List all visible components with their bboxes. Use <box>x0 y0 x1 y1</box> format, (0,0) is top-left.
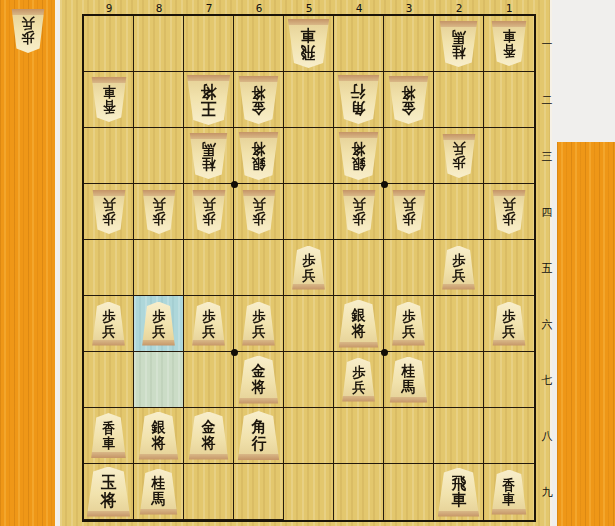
gote-piece-香車[interactable]: 香車 <box>491 21 527 66</box>
hoshi-dot <box>231 181 238 188</box>
piece-kanji: 歩 <box>152 309 165 323</box>
gote-piece-飛車[interactable]: 飛車 <box>287 19 330 68</box>
square-23[interactable]: 歩兵 <box>434 128 484 184</box>
square-97[interactable] <box>84 352 134 408</box>
square-52[interactable] <box>284 72 334 128</box>
sente-piece-香車[interactable]: 香車 <box>91 413 127 458</box>
square-86[interactable]: 歩兵 <box>134 296 184 352</box>
square-41[interactable] <box>334 16 384 72</box>
piece-kanji: 車 <box>451 492 466 508</box>
piece-kanji: 兵 <box>402 324 415 338</box>
square-14[interactable]: 歩兵 <box>484 184 534 240</box>
sente-piece-歩兵[interactable]: 歩兵 <box>492 302 526 346</box>
sente-piece-銀将[interactable]: 銀将 <box>138 412 179 460</box>
sente-piece-香車[interactable]: 香車 <box>491 470 527 515</box>
gote-piece-銀将[interactable]: 銀将 <box>238 132 279 180</box>
square-48[interactable] <box>334 408 384 464</box>
square-26[interactable] <box>434 296 484 352</box>
piece-kanji: 歩 <box>503 309 516 323</box>
square-39[interactable] <box>384 464 434 520</box>
sente-hand-pieces <box>557 142 615 151</box>
piece-kanji: 馬 <box>402 380 416 395</box>
square-12[interactable] <box>484 72 534 128</box>
square-21[interactable]: 桂馬 <box>434 16 484 72</box>
square-59[interactable] <box>284 464 334 520</box>
piece-kanji: 兵 <box>21 17 34 31</box>
square-94[interactable]: 歩兵 <box>84 184 134 240</box>
gote-piece-桂馬[interactable]: 桂馬 <box>189 133 228 179</box>
piece-kanji: 香 <box>503 478 516 492</box>
square-84[interactable]: 歩兵 <box>134 184 184 240</box>
sente-piece-桂馬[interactable]: 桂馬 <box>389 357 428 403</box>
piece-kanji: 兵 <box>452 268 465 282</box>
piece-kanji: 香 <box>102 100 115 114</box>
square-63[interactable]: 銀将 <box>234 128 284 184</box>
piece-kanji: 兵 <box>202 197 215 211</box>
piece-kanji: 歩 <box>252 212 265 226</box>
square-49[interactable] <box>334 464 384 520</box>
piece-kanji: 歩 <box>252 309 265 323</box>
square-56[interactable] <box>284 296 334 352</box>
shogi-board: 987654321 一二三四五六七八九 飛車桂馬香車香車王将金将角行金将桂馬銀将… <box>60 0 552 526</box>
piece-kanji: 歩 <box>202 212 215 226</box>
piece-kanji: 将 <box>202 436 216 451</box>
piece-kanji: 兵 <box>302 268 315 282</box>
sente-piece-桂馬[interactable]: 桂馬 <box>139 469 178 515</box>
piece-kanji: 歩 <box>452 156 465 170</box>
piece-kanji: 歩 <box>452 253 465 267</box>
square-11[interactable]: 香車 <box>484 16 534 72</box>
piece-kanji: 兵 <box>102 324 115 338</box>
piece-kanji: 馬 <box>452 28 466 43</box>
piece-kanji: 歩 <box>102 212 115 226</box>
square-28[interactable] <box>434 408 484 464</box>
square-17[interactable] <box>484 352 534 408</box>
square-99[interactable]: 玉将 <box>84 464 134 520</box>
square-34[interactable]: 歩兵 <box>384 184 434 240</box>
square-79[interactable] <box>184 464 234 520</box>
gote-piece-歩兵[interactable]: 歩兵 <box>142 190 176 234</box>
sente-piece-角行[interactable]: 角行 <box>237 411 280 460</box>
piece-kanji: 兵 <box>252 324 265 338</box>
sente-piece-飛車[interactable]: 飛車 <box>437 468 480 517</box>
gote-komadai: 歩兵 <box>0 0 57 526</box>
square-77[interactable] <box>184 352 234 408</box>
piece-kanji: 将 <box>252 380 266 395</box>
sente-piece-歩兵[interactable]: 歩兵 <box>342 358 376 402</box>
piece-kanji: 歩 <box>202 309 215 323</box>
square-67[interactable]: 金将 <box>234 352 284 408</box>
square-76[interactable]: 歩兵 <box>184 296 234 352</box>
square-22[interactable] <box>434 72 484 128</box>
sente-piece-歩兵[interactable]: 歩兵 <box>242 302 276 346</box>
sente-piece-歩兵[interactable]: 歩兵 <box>92 302 126 346</box>
square-98[interactable]: 香車 <box>84 408 134 464</box>
square-27[interactable] <box>434 352 484 408</box>
square-78[interactable]: 金将 <box>184 408 234 464</box>
piece-kanji: 将 <box>152 436 166 451</box>
gote-piece-金将[interactable]: 金将 <box>388 76 429 124</box>
rank-labels: 一二三四五六七八九 <box>538 16 556 520</box>
piece-kanji: 兵 <box>503 197 516 211</box>
piece-kanji: 香 <box>102 421 115 435</box>
piece-kanji: 飛 <box>301 44 316 60</box>
square-75[interactable] <box>184 240 234 296</box>
square-55[interactable]: 歩兵 <box>284 240 334 296</box>
piece-kanji: 車 <box>102 436 115 450</box>
rank-label-3: 三 <box>538 128 556 184</box>
rank-label-9: 九 <box>538 464 556 520</box>
piece-kanji: 香 <box>503 44 516 58</box>
square-57[interactable] <box>284 352 334 408</box>
hoshi-dot <box>381 181 388 188</box>
sente-komadai <box>557 142 615 526</box>
piece-kanji: 将 <box>201 82 217 99</box>
square-72[interactable]: 王将 <box>184 72 234 128</box>
piece-kanji: 兵 <box>202 324 215 338</box>
square-32[interactable]: 金将 <box>384 72 434 128</box>
square-81[interactable] <box>134 16 184 72</box>
piece-kanji: 行 <box>251 436 266 452</box>
piece-kanji: 車 <box>301 27 316 43</box>
square-19[interactable]: 香車 <box>484 464 534 520</box>
square-42[interactable]: 角行 <box>334 72 384 128</box>
piece-kanji: 行 <box>351 83 366 99</box>
piece-kanji: 歩 <box>302 253 315 267</box>
piece-kanji: 馬 <box>202 140 216 155</box>
square-43[interactable]: 銀将 <box>334 128 384 184</box>
rank-label-4: 四 <box>538 184 556 240</box>
piece-kanji: 兵 <box>452 141 465 155</box>
rank-label-1: 一 <box>538 16 556 72</box>
square-87[interactable] <box>134 352 184 408</box>
piece-kanji: 兵 <box>352 380 365 394</box>
piece-kanji: 兵 <box>352 197 365 211</box>
gote-piece-金将[interactable]: 金将 <box>238 76 279 124</box>
sente-piece-銀将[interactable]: 銀将 <box>338 300 379 348</box>
square-83[interactable] <box>134 128 184 184</box>
sente-piece-金将[interactable]: 金将 <box>188 412 229 460</box>
square-13[interactable] <box>484 128 534 184</box>
rank-label-5: 五 <box>538 240 556 296</box>
square-69[interactable] <box>234 464 284 520</box>
gote-hand-pieces: 歩兵 <box>0 0 55 53</box>
piece-kanji: 将 <box>352 324 366 339</box>
square-25[interactable]: 歩兵 <box>434 240 484 296</box>
square-92[interactable]: 香車 <box>84 72 134 128</box>
square-24[interactable] <box>434 184 484 240</box>
gote-piece-歩兵[interactable]: 歩兵 <box>392 190 426 234</box>
piece-kanji: 将 <box>352 140 366 155</box>
square-62[interactable]: 金将 <box>234 72 284 128</box>
gote-piece-桂馬[interactable]: 桂馬 <box>439 21 478 67</box>
piece-kanji: 兵 <box>252 197 265 211</box>
square-44[interactable]: 歩兵 <box>334 184 384 240</box>
gote-piece-歩兵[interactable]: 歩兵 <box>342 190 376 234</box>
piece-kanji: 将 <box>252 84 266 99</box>
square-18[interactable] <box>484 408 534 464</box>
hoshi-dot <box>381 349 388 356</box>
square-47[interactable]: 歩兵 <box>334 352 384 408</box>
piece-kanji: 歩 <box>102 309 115 323</box>
sente-piece-玉将[interactable]: 玉将 <box>86 467 131 517</box>
square-96[interactable]: 歩兵 <box>84 296 134 352</box>
gote-piece-銀将[interactable]: 銀将 <box>338 132 379 180</box>
square-93[interactable] <box>84 128 134 184</box>
square-45[interactable] <box>334 240 384 296</box>
square-64[interactable]: 歩兵 <box>234 184 284 240</box>
square-61[interactable] <box>234 16 284 72</box>
piece-kanji: 歩 <box>352 365 365 379</box>
square-38[interactable] <box>384 408 434 464</box>
square-89[interactable]: 桂馬 <box>134 464 184 520</box>
square-29[interactable]: 飛車 <box>434 464 484 520</box>
square-68[interactable]: 角行 <box>234 408 284 464</box>
gote-piece-歩兵[interactable]: 歩兵 <box>242 190 276 234</box>
rank-label-8: 八 <box>538 408 556 464</box>
square-65[interactable] <box>234 240 284 296</box>
sente-piece-金将[interactable]: 金将 <box>238 356 279 404</box>
gote-piece-歩兵[interactable]: 歩兵 <box>192 190 226 234</box>
square-37[interactable]: 桂馬 <box>384 352 434 408</box>
square-88[interactable]: 銀将 <box>134 408 184 464</box>
gote-piece-歩兵[interactable]: 歩兵 <box>11 9 45 53</box>
piece-kanji: 歩 <box>352 212 365 226</box>
square-15[interactable] <box>484 240 534 296</box>
square-46[interactable]: 銀将 <box>334 296 384 352</box>
square-54[interactable] <box>284 184 334 240</box>
square-95[interactable] <box>84 240 134 296</box>
piece-kanji: 歩 <box>152 212 165 226</box>
piece-kanji: 歩 <box>21 31 34 45</box>
square-66[interactable]: 歩兵 <box>234 296 284 352</box>
piece-kanji: 車 <box>503 29 516 43</box>
gote-piece-歩兵[interactable]: 歩兵 <box>492 190 526 234</box>
square-82[interactable] <box>134 72 184 128</box>
board-grid: 飛車桂馬香車香車王将金将角行金将桂馬銀将銀将歩兵歩兵歩兵歩兵歩兵歩兵歩兵歩兵歩兵… <box>82 14 536 522</box>
gote-piece-王将[interactable]: 王将 <box>186 75 231 125</box>
square-33[interactable] <box>384 128 434 184</box>
square-71[interactable] <box>184 16 234 72</box>
rank-label-7: 七 <box>538 352 556 408</box>
square-73[interactable]: 桂馬 <box>184 128 234 184</box>
shogi-app: 歩兵 987654321 一二三四五六七八九 飛車桂馬香車香車王将金将角行金将桂… <box>0 0 615 526</box>
sente-piece-歩兵[interactable]: 歩兵 <box>292 246 326 290</box>
piece-kanji: 兵 <box>152 324 165 338</box>
rank-label-2: 二 <box>538 72 556 128</box>
piece-kanji: 馬 <box>152 492 166 507</box>
piece-kanji: 兵 <box>102 197 115 211</box>
piece-kanji: 角 <box>351 100 366 116</box>
square-53[interactable] <box>284 128 334 184</box>
square-16[interactable]: 歩兵 <box>484 296 534 352</box>
gote-piece-角行[interactable]: 角行 <box>337 75 380 124</box>
piece-kanji: 将 <box>101 492 117 509</box>
piece-kanji: 歩 <box>402 309 415 323</box>
gote-piece-香車[interactable]: 香車 <box>91 77 127 122</box>
piece-kanji: 兵 <box>503 324 516 338</box>
piece-kanji: 王 <box>201 100 217 117</box>
square-58[interactable] <box>284 408 334 464</box>
square-35[interactable] <box>384 240 434 296</box>
piece-kanji: 車 <box>503 492 516 506</box>
hoshi-dot <box>231 349 238 356</box>
piece-kanji: 歩 <box>402 212 415 226</box>
square-36[interactable]: 歩兵 <box>384 296 434 352</box>
square-91[interactable] <box>84 16 134 72</box>
square-31[interactable] <box>384 16 434 72</box>
piece-kanji: 歩 <box>503 212 516 226</box>
sente-piece-歩兵[interactable]: 歩兵 <box>142 302 176 346</box>
sente-piece-歩兵[interactable]: 歩兵 <box>392 302 426 346</box>
piece-kanji: 兵 <box>152 197 165 211</box>
sente-piece-歩兵[interactable]: 歩兵 <box>442 246 476 290</box>
piece-kanji: 兵 <box>402 197 415 211</box>
rank-label-6: 六 <box>538 296 556 352</box>
piece-kanji: 将 <box>252 140 266 155</box>
square-74[interactable]: 歩兵 <box>184 184 234 240</box>
piece-kanji: 車 <box>102 85 115 99</box>
square-85[interactable] <box>134 240 184 296</box>
gote-piece-歩兵[interactable]: 歩兵 <box>92 190 126 234</box>
sente-piece-歩兵[interactable]: 歩兵 <box>192 302 226 346</box>
square-51[interactable]: 飛車 <box>284 16 334 72</box>
piece-kanji: 将 <box>402 84 416 99</box>
gote-piece-歩兵[interactable]: 歩兵 <box>442 134 476 178</box>
